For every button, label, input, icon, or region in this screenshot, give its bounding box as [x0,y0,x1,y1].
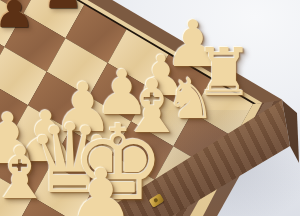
white-pawn[interactable]: ♟ [67,159,135,216]
white-bishop[interactable]: ♝ [0,137,52,209]
chess-photo-stage: ♟♟♟♜♟♟♞♝♟♟♟♛♝♚♟ [0,0,300,216]
black-pawn[interactable]: ♟ [42,0,83,15]
black-pawn[interactable]: ♟ [0,0,35,34]
